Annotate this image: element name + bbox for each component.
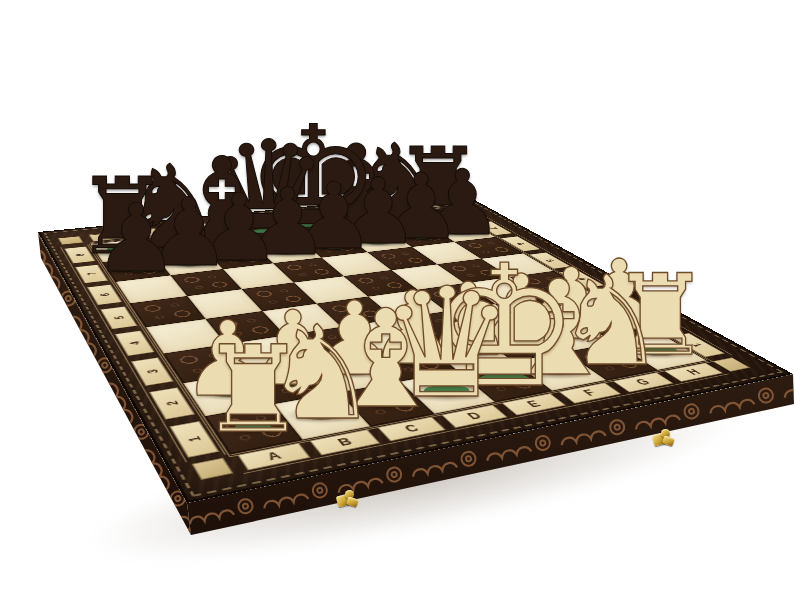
chessboard-photo: AABBCCDDEEFFGGHH1122334455667788 ♜♞♝♛♚♝♞… — [0, 0, 794, 589]
brass-clasp-left — [334, 488, 362, 510]
rank-label-left-4-text: 4 — [126, 340, 142, 345]
rank-label-left-6-text: 6 — [97, 293, 112, 297]
piece-glyph: ♜ — [199, 330, 306, 450]
piece-glyph: ♟ — [94, 191, 179, 286]
brass-clasp-right — [650, 427, 678, 449]
rank-label-left-5-text: 5 — [111, 315, 126, 320]
rank-label-left-2-text: 2 — [163, 400, 181, 407]
rank-label-left-3-text: 3 — [143, 368, 160, 374]
